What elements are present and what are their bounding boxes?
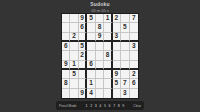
sudoku-cell-r9c7[interactable]: [113, 89, 121, 98]
number-button-3[interactable]: 3: [95, 104, 97, 108]
sudoku-cell-r6c2[interactable]: 1: [70, 61, 78, 70]
sudoku-cell-r9c2[interactable]: [70, 89, 78, 98]
sudoku-cell-r4c7[interactable]: [113, 42, 121, 51]
sudoku-cell-r1c7[interactable]: 2: [113, 14, 121, 23]
sudoku-cell-r8c9[interactable]: 6: [130, 79, 138, 88]
sudoku-cell-r9c5[interactable]: [96, 89, 104, 98]
sudoku-cell-r5c5[interactable]: [96, 51, 104, 60]
sudoku-cell-r3c1[interactable]: [62, 33, 70, 42]
sudoku-cell-r9c8[interactable]: 3: [121, 89, 129, 98]
sudoku-cell-r3c5[interactable]: 9: [96, 33, 104, 42]
sudoku-cell-r6c4[interactable]: 6: [87, 61, 95, 70]
sudoku-cell-r7c3[interactable]: [79, 70, 87, 79]
sudoku-grid: 951276852936532891659281576943: [61, 13, 139, 99]
number-button-9[interactable]: 9: [122, 104, 124, 108]
input-toolbar: Pencil Mode 123456789 Clear: [56, 101, 144, 110]
sudoku-cell-r1c5[interactable]: [96, 14, 104, 23]
sudoku-cell-r4c4[interactable]: [87, 42, 95, 51]
pencil-mode-toggle[interactable]: Pencil Mode: [59, 104, 77, 108]
sudoku-cell-r7c8[interactable]: [121, 70, 129, 79]
sudoku-cell-r7c7[interactable]: 9: [113, 70, 121, 79]
number-button-5[interactable]: 5: [104, 104, 106, 108]
sudoku-cell-r5c8[interactable]: [121, 51, 129, 60]
sudoku-cell-r3c4[interactable]: [87, 33, 95, 42]
number-button-7[interactable]: 7: [113, 104, 115, 108]
sudoku-cell-r1c1[interactable]: [62, 14, 70, 23]
sudoku-cell-r7c4[interactable]: [87, 70, 95, 79]
sudoku-cell-r4c9[interactable]: 3: [130, 42, 138, 51]
sudoku-cell-r1c2[interactable]: [70, 14, 78, 23]
number-button-4[interactable]: 4: [99, 104, 101, 108]
sudoku-cell-r9c3[interactable]: 9: [79, 89, 87, 98]
sudoku-cell-r2c4[interactable]: [87, 23, 95, 32]
sudoku-cell-r3c9[interactable]: [130, 33, 138, 42]
sudoku-cell-r1c3[interactable]: 9: [79, 14, 87, 23]
sudoku-cell-r8c5[interactable]: [96, 79, 104, 88]
sudoku-cell-r3c8[interactable]: [121, 33, 129, 42]
number-buttons: 123456789: [86, 104, 125, 108]
sudoku-cell-r8c6[interactable]: [104, 79, 112, 88]
sudoku-cell-r4c2[interactable]: [70, 42, 78, 51]
sudoku-cell-r4c8[interactable]: [121, 42, 129, 51]
sudoku-cell-r5c6[interactable]: 8: [104, 51, 112, 60]
number-button-2[interactable]: 2: [90, 104, 92, 108]
sudoku-cell-r3c7[interactable]: 3: [113, 33, 121, 42]
sudoku-cell-r9c4[interactable]: 4: [87, 89, 95, 98]
sudoku-cell-r6c5[interactable]: [96, 61, 104, 70]
sudoku-cell-r6c8[interactable]: [121, 61, 129, 70]
sudoku-cell-r7c2[interactable]: 5: [70, 70, 78, 79]
sudoku-cell-r2c1[interactable]: [62, 23, 70, 32]
sudoku-cell-r8c1[interactable]: 8: [62, 79, 70, 88]
sudoku-cell-r6c6[interactable]: [104, 61, 112, 70]
sudoku-cell-r4c1[interactable]: 6: [62, 42, 70, 51]
sudoku-cell-r6c3[interactable]: [79, 61, 87, 70]
page-title: Sudoku: [0, 2, 200, 8]
sudoku-cell-r1c4[interactable]: 5: [87, 14, 95, 23]
sudoku-cell-r9c1[interactable]: [62, 89, 70, 98]
sudoku-cell-r4c6[interactable]: [104, 42, 112, 51]
sudoku-cell-r4c5[interactable]: [96, 42, 104, 51]
sudoku-cell-r1c9[interactable]: 7: [130, 14, 138, 23]
sudoku-cell-r6c1[interactable]: 9: [62, 61, 70, 70]
sudoku-cell-r5c9[interactable]: [130, 51, 138, 60]
sudoku-cell-r5c7[interactable]: [113, 51, 121, 60]
sudoku-cell-r6c7[interactable]: [113, 61, 121, 70]
sudoku-cell-r7c9[interactable]: 2: [130, 70, 138, 79]
sudoku-cell-r3c3[interactable]: [79, 33, 87, 42]
sudoku-cell-r4c3[interactable]: 5: [79, 42, 87, 51]
sudoku-cell-r7c5[interactable]: [96, 70, 104, 79]
sudoku-cell-r9c9[interactable]: [130, 89, 138, 98]
sudoku-cell-r1c8[interactable]: [121, 14, 129, 23]
sudoku-cell-r8c4[interactable]: 1: [87, 79, 95, 88]
sudoku-cell-r8c3[interactable]: [79, 79, 87, 88]
sudoku-cell-r8c2[interactable]: [70, 79, 78, 88]
sudoku-cell-r2c3[interactable]: 6: [79, 23, 87, 32]
sudoku-cell-r9c6[interactable]: [104, 89, 112, 98]
sudoku-cell-r7c6[interactable]: [104, 70, 112, 79]
sudoku-cell-r2c9[interactable]: [130, 23, 138, 32]
number-button-1[interactable]: 1: [86, 104, 88, 108]
sudoku-cell-r2c6[interactable]: [104, 23, 112, 32]
sudoku-cell-r1c6[interactable]: 1: [104, 14, 112, 23]
sudoku-cell-r6c9[interactable]: [130, 61, 138, 70]
sudoku-cell-r3c6[interactable]: [104, 33, 112, 42]
sudoku-cell-r8c8[interactable]: 7: [121, 79, 129, 88]
page-header: Sudoku 05 m 05 s: [0, 2, 200, 13]
number-button-8[interactable]: 8: [118, 104, 120, 108]
number-button-6[interactable]: 6: [109, 104, 111, 108]
clear-button[interactable]: Clear: [133, 104, 141, 108]
sudoku-cell-r8c7[interactable]: 5: [113, 79, 121, 88]
sudoku-cell-r3c2[interactable]: 2: [70, 33, 78, 42]
sudoku-cell-r2c8[interactable]: 5: [121, 23, 129, 32]
sudoku-cell-r7c1[interactable]: [62, 70, 70, 79]
sudoku-cell-r5c3[interactable]: 2: [79, 51, 87, 60]
